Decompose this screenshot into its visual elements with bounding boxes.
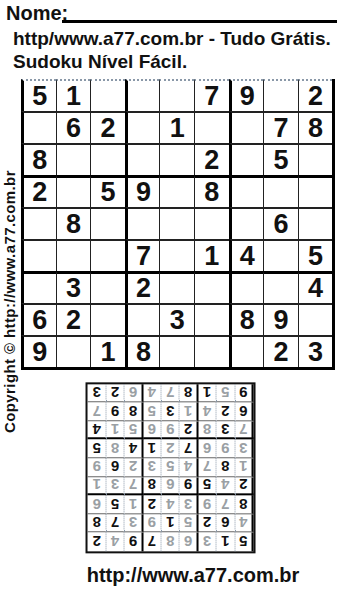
puzzle-cell-r9c8[interactable]: 2 <box>263 335 298 367</box>
puzzle-cell-r3c1[interactable]: 8 <box>21 143 56 175</box>
solution-cell-r2c4: 5 <box>180 514 198 533</box>
solution-cell-r8c6: 5 <box>143 403 161 422</box>
solution-cell-r1c7: 9 <box>125 533 143 552</box>
puzzle-cell-r1c6[interactable]: 7 <box>194 79 229 111</box>
solution-cell-r7c2: 3 <box>217 421 235 440</box>
solution-cell-r1c3: 3 <box>198 533 216 552</box>
solution-cell-r7c5: 9 <box>162 421 180 440</box>
site-url-line: http/www.a77.com.br - Tudo Grátis. <box>13 28 331 50</box>
puzzle-cell-r4c8[interactable] <box>263 175 298 207</box>
puzzle-cell-r1c1[interactable]: 5 <box>21 79 56 111</box>
sudoku-solution-grid-rotated: 5136879424625193788793421562459687311874… <box>86 382 256 553</box>
solution-cell-r5c4: 4 <box>180 458 198 477</box>
puzzle-cell-r6c8[interactable] <box>263 239 298 271</box>
puzzle-cell-r7c9[interactable]: 4 <box>298 271 333 303</box>
puzzle-cell-r2c8[interactable]: 7 <box>263 111 298 143</box>
puzzle-cell-r2c7[interactable] <box>229 111 264 143</box>
puzzle-cell-r8c5[interactable]: 3 <box>159 303 194 335</box>
puzzle-cell-r6c1[interactable] <box>21 239 56 271</box>
puzzle-cell-r3c6[interactable]: 2 <box>194 143 229 175</box>
puzzle-cell-r5c6[interactable] <box>194 207 229 239</box>
puzzle-cell-r8c9[interactable] <box>298 303 333 335</box>
solution-cell-r8c4: 1 <box>180 403 198 422</box>
puzzle-cell-r6c7[interactable]: 4 <box>229 239 264 271</box>
solution-cell-r6c2: 9 <box>217 440 235 459</box>
solution-cell-r4c7: 7 <box>125 477 143 496</box>
solution-cell-r8c3: 4 <box>198 403 216 422</box>
puzzle-cell-r3c2[interactable] <box>56 143 91 175</box>
solution-cell-r3c8: 5 <box>106 496 124 515</box>
puzzle-cell-r5c1[interactable] <box>21 207 56 239</box>
solution-cell-r4c4: 9 <box>180 477 198 496</box>
name-input-line[interactable] <box>62 20 337 23</box>
puzzle-cell-r6c9[interactable]: 5 <box>298 239 333 271</box>
solution-cell-r3c4: 3 <box>180 496 198 515</box>
solution-cell-r9c8: 2 <box>106 384 124 403</box>
solution-cell-r5c7: 2 <box>125 458 143 477</box>
solution-cell-r6c1: 3 <box>235 440 253 459</box>
solution-cell-r8c8: 9 <box>106 403 124 422</box>
puzzle-cell-r1c2[interactable]: 1 <box>56 79 91 111</box>
puzzle-cell-r8c6[interactable] <box>194 303 229 335</box>
puzzle-cell-r6c6[interactable]: 1 <box>194 239 229 271</box>
puzzle-cell-r7c4[interactable]: 2 <box>125 271 160 303</box>
puzzle-cell-r7c1[interactable] <box>21 271 56 303</box>
solution-cell-r1c2: 1 <box>217 533 235 552</box>
solution-cell-r1c1: 5 <box>235 533 253 552</box>
solution-cell-r1c5: 8 <box>162 533 180 552</box>
sudoku-puzzle-grid: 517926217882525988671453246238991823 <box>21 79 335 370</box>
solution-cell-r5c1: 1 <box>235 458 253 477</box>
puzzle-cell-r7c5[interactable] <box>159 271 194 303</box>
solution-cell-r8c5: 3 <box>162 403 180 422</box>
solution-cell-r2c3: 2 <box>198 514 216 533</box>
solution-cell-r1c8: 4 <box>106 533 124 552</box>
puzzle-cell-r4c6[interactable]: 8 <box>194 175 229 207</box>
puzzle-cell-r9c2[interactable] <box>56 335 91 367</box>
solution-cell-r6c7: 4 <box>125 440 143 459</box>
solution-cell-r9c9: 3 <box>88 384 106 403</box>
puzzle-cell-r8c3[interactable] <box>90 303 125 335</box>
solution-cell-r5c2: 8 <box>217 458 235 477</box>
solution-cell-r1c9: 2 <box>88 533 106 552</box>
solution-cell-r9c1: 9 <box>235 384 253 403</box>
page-title: Sudoku Nível Fácil. <box>13 51 187 73</box>
puzzle-cell-r7c3[interactable] <box>90 271 125 303</box>
solution-cell-r9c7: 6 <box>125 384 143 403</box>
puzzle-cell-r3c3[interactable] <box>90 143 125 175</box>
solution-cell-r4c3: 5 <box>198 477 216 496</box>
solution-cell-r8c7: 8 <box>125 403 143 422</box>
solution-cell-r9c4: 8 <box>180 384 198 403</box>
puzzle-cell-r5c3[interactable] <box>90 207 125 239</box>
puzzle-cell-r3c4[interactable] <box>125 143 160 175</box>
solution-cell-r3c1: 8 <box>235 496 253 515</box>
puzzle-cell-r1c5[interactable] <box>159 79 194 111</box>
puzzle-cell-r4c2[interactable] <box>56 175 91 207</box>
solution-cell-r2c9: 8 <box>88 514 106 533</box>
puzzle-cell-r3c7[interactable] <box>229 143 264 175</box>
solution-cell-r4c2: 4 <box>217 477 235 496</box>
puzzle-cell-r7c6[interactable] <box>194 271 229 303</box>
solution-cell-r9c3: 1 <box>198 384 216 403</box>
puzzle-cell-r4c5[interactable] <box>159 175 194 207</box>
puzzle-cell-r8c8[interactable]: 9 <box>263 303 298 335</box>
puzzle-cell-r1c8[interactable] <box>263 79 298 111</box>
solution-cell-r5c6: 3 <box>143 458 161 477</box>
solution-cell-r3c9: 6 <box>88 496 106 515</box>
puzzle-cell-r6c5[interactable] <box>159 239 194 271</box>
solution-cell-r6c6: 1 <box>143 440 161 459</box>
solution-cell-r9c2: 5 <box>217 384 235 403</box>
solution-cell-r5c9: 9 <box>88 458 106 477</box>
puzzle-cell-r5c8[interactable]: 6 <box>263 207 298 239</box>
puzzle-cell-r8c1[interactable]: 6 <box>21 303 56 335</box>
puzzle-cell-r3c8[interactable]: 5 <box>263 143 298 175</box>
puzzle-cell-r1c3[interactable] <box>90 79 125 111</box>
solution-cell-r2c1: 4 <box>235 514 253 533</box>
puzzle-cell-r2c4[interactable] <box>125 111 160 143</box>
puzzle-cell-r9c7[interactable] <box>229 335 264 367</box>
solution-cell-r7c8: 1 <box>106 421 124 440</box>
puzzle-cell-r6c3[interactable] <box>90 239 125 271</box>
solution-cell-r2c8: 7 <box>106 514 124 533</box>
puzzle-cell-r2c9[interactable]: 8 <box>298 111 333 143</box>
solution-cell-r4c1: 2 <box>235 477 253 496</box>
puzzle-cell-r9c5[interactable] <box>159 335 194 367</box>
solution-cell-r4c6: 8 <box>143 477 161 496</box>
puzzle-cell-r2c6[interactable] <box>194 111 229 143</box>
solution-cell-r4c9: 1 <box>88 477 106 496</box>
puzzle-cell-r4c7[interactable] <box>229 175 264 207</box>
puzzle-cell-r4c3[interactable]: 5 <box>90 175 125 207</box>
solution-cell-r2c5: 1 <box>162 514 180 533</box>
solution-cell-r9c5: 7 <box>162 384 180 403</box>
solution-cell-r6c9: 5 <box>88 440 106 459</box>
solution-cell-r3c5: 4 <box>162 496 180 515</box>
puzzle-cell-r8c7[interactable]: 8 <box>229 303 264 335</box>
solution-cell-r3c3: 9 <box>198 496 216 515</box>
footer-url: http://www.a77.com.br <box>0 564 340 587</box>
puzzle-cell-r9c4[interactable]: 8 <box>125 335 160 367</box>
puzzle-cell-r7c8[interactable] <box>263 271 298 303</box>
puzzle-cell-r9c6[interactable] <box>194 335 229 367</box>
puzzle-cell-r2c1[interactable] <box>21 111 56 143</box>
solution-cell-r8c2: 2 <box>217 403 235 422</box>
solution-cell-r5c8: 6 <box>106 458 124 477</box>
puzzle-cell-r5c9[interactable] <box>298 207 333 239</box>
puzzle-cell-r5c4[interactable] <box>125 207 160 239</box>
puzzle-cell-r1c4[interactable] <box>125 79 160 111</box>
puzzle-cell-r6c4[interactable]: 7 <box>125 239 160 271</box>
solution-cell-r6c3: 6 <box>198 440 216 459</box>
solution-cell-r6c5: 2 <box>162 440 180 459</box>
puzzle-cell-r2c2[interactable]: 6 <box>56 111 91 143</box>
solution-cell-r5c5: 5 <box>162 458 180 477</box>
puzzle-cell-r7c7[interactable] <box>229 271 264 303</box>
solution-cell-r3c7: 1 <box>125 496 143 515</box>
puzzle-cell-r9c9[interactable]: 3 <box>298 335 333 367</box>
solution-cell-r2c2: 6 <box>217 514 235 533</box>
solution-cell-r4c8: 3 <box>106 477 124 496</box>
solution-cell-r9c6: 4 <box>143 384 161 403</box>
puzzle-cell-r8c2[interactable]: 2 <box>56 303 91 335</box>
puzzle-cell-r1c7[interactable]: 9 <box>229 79 264 111</box>
puzzle-cell-r5c5[interactable] <box>159 207 194 239</box>
solution-cell-r7c7: 5 <box>125 421 143 440</box>
solution-cell-r7c1: 7 <box>235 421 253 440</box>
solution-cell-r1c6: 7 <box>143 533 161 552</box>
solution-cell-r2c7: 3 <box>125 514 143 533</box>
solution-cell-r5c3: 7 <box>198 458 216 477</box>
solution-cell-r8c1: 6 <box>235 403 253 422</box>
solution-cell-r1c4: 6 <box>180 533 198 552</box>
solution-cell-r8c9: 7 <box>88 403 106 422</box>
solution-cell-r4c5: 6 <box>162 477 180 496</box>
puzzle-cell-r4c1[interactable]: 2 <box>21 175 56 207</box>
puzzle-cell-r4c4[interactable]: 9 <box>125 175 160 207</box>
puzzle-cell-r2c5[interactable]: 1 <box>159 111 194 143</box>
solution-cell-r6c4: 7 <box>180 440 198 459</box>
puzzle-cell-r3c9[interactable] <box>298 143 333 175</box>
solution-cell-r2c6: 9 <box>143 514 161 533</box>
solution-cell-r7c9: 4 <box>88 421 106 440</box>
solution-cell-r3c2: 7 <box>217 496 235 515</box>
solution-cell-r7c4: 2 <box>180 421 198 440</box>
puzzle-cell-r8c4[interactable] <box>125 303 160 335</box>
puzzle-cell-r9c1[interactable]: 9 <box>21 335 56 367</box>
puzzle-cell-r9c3[interactable]: 1 <box>90 335 125 367</box>
puzzle-cell-r1c9[interactable]: 2 <box>298 79 333 111</box>
solution-cell-r6c8: 8 <box>106 440 124 459</box>
puzzle-cell-r4c9[interactable] <box>298 175 333 207</box>
puzzle-cell-r6c2[interactable] <box>56 239 91 271</box>
solution-cell-r7c3: 8 <box>198 421 216 440</box>
puzzle-cell-r5c2[interactable]: 8 <box>56 207 91 239</box>
puzzle-cell-r7c2[interactable]: 3 <box>56 271 91 303</box>
puzzle-cell-r2c3[interactable]: 2 <box>90 111 125 143</box>
copyright-vertical-text: Copyright © http://www.a77.com.br <box>1 83 18 433</box>
puzzle-cell-r3c5[interactable] <box>159 143 194 175</box>
solution-cell-r3c6: 2 <box>143 496 161 515</box>
solution-cell-r7c6: 6 <box>143 421 161 440</box>
puzzle-cell-r5c7[interactable] <box>229 207 264 239</box>
